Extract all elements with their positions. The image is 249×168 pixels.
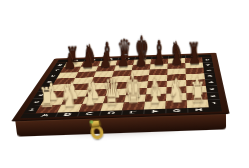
piece-black-pawn[interactable]: ♟ xyxy=(80,51,93,72)
clasp-plate xyxy=(89,119,101,128)
piece-white-knight[interactable]: ♞ xyxy=(167,77,185,108)
piece-black-pawn[interactable]: ♟ xyxy=(170,48,183,69)
piece-white-bishop[interactable]: ♝ xyxy=(81,78,98,111)
piece-white-rook[interactable]: ♜ xyxy=(189,80,206,108)
coord-C: C xyxy=(77,111,101,117)
clasp-leaf-decoration xyxy=(89,120,93,124)
perspective-scene: ABCDEFGH 87654321 87654321 ABCDEFGH ♜♞♝♛… xyxy=(33,0,225,168)
piece-white-king[interactable]: ♚ xyxy=(123,69,141,109)
square-e1[interactable]: ♚ xyxy=(122,102,145,111)
chess-board: ABCDEFGH 87654321 87654321 ABCDEFGH ♜♞♝♛… xyxy=(11,53,230,122)
piece-black-pawn[interactable]: ♟ xyxy=(98,50,111,71)
square-f1[interactable]: ♝ xyxy=(144,101,166,110)
coord-3: 3 xyxy=(206,85,219,92)
piece-white-knight[interactable]: ♞ xyxy=(59,80,77,111)
coord-E: E xyxy=(121,110,144,116)
brass-clasp xyxy=(87,119,105,140)
piece-black-pawn[interactable]: ♟ xyxy=(63,51,76,72)
coord-D: D xyxy=(99,110,122,116)
coord-G: G xyxy=(165,108,187,113)
coord-H: H xyxy=(187,107,209,112)
square-h1[interactable]: ♜ xyxy=(187,100,209,108)
square-g1[interactable]: ♞ xyxy=(165,100,187,108)
square-a1[interactable]: ♜ xyxy=(36,105,62,114)
piece-black-pawn[interactable]: ♟ xyxy=(152,48,165,69)
square-b1[interactable]: ♞ xyxy=(57,104,82,113)
piece-black-pawn[interactable]: ♟ xyxy=(187,47,200,68)
product-photo: ABCDEFGH 87654321 87654321 ABCDEFGH ♜♞♝♛… xyxy=(0,0,249,168)
piece-white-rook[interactable]: ♜ xyxy=(38,85,55,113)
coord-F: F xyxy=(143,109,165,115)
piece-white-bishop[interactable]: ♝ xyxy=(146,75,163,108)
piece-white-queen[interactable]: ♛ xyxy=(102,73,120,110)
square-d1[interactable]: ♛ xyxy=(101,103,125,112)
coord-B: B xyxy=(55,112,79,118)
board-top-face: ABCDEFGH 87654321 87654321 ABCDEFGH ♜♞♝♛… xyxy=(11,53,230,122)
board-tilt-wrapper: ABCDEFGH 87654321 87654321 ABCDEFGH ♜♞♝♛… xyxy=(33,0,225,168)
